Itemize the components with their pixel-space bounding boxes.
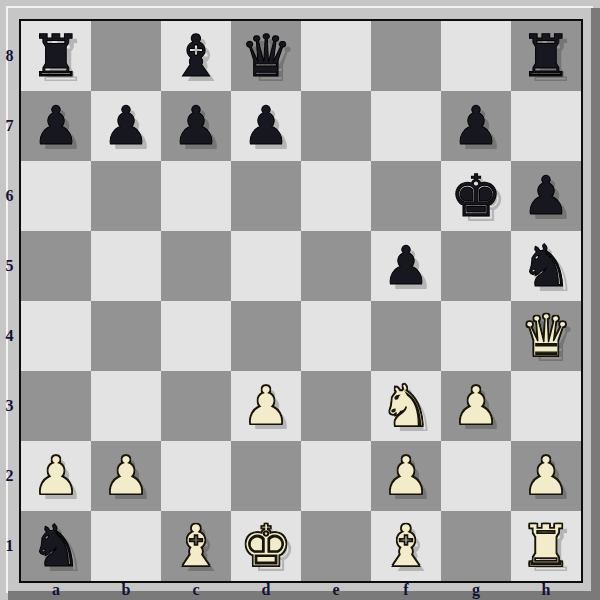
piece-black-queen[interactable]: ♛ xyxy=(231,21,301,91)
square-f4[interactable] xyxy=(371,301,441,371)
square-d6[interactable] xyxy=(231,161,301,231)
piece-black-rook[interactable]: ♜ xyxy=(21,21,91,91)
square-b8[interactable] xyxy=(91,21,161,91)
piece-white-rook[interactable]: ♜ xyxy=(511,511,581,581)
rank-label-2: 2 xyxy=(0,441,19,511)
piece-white-king[interactable]: ♚ xyxy=(231,511,301,581)
square-d7[interactable]: ♟ xyxy=(231,91,301,161)
piece-white-pawn[interactable]: ♟ xyxy=(511,441,581,511)
rank-coordinates: 87654321 xyxy=(0,21,19,581)
square-h4[interactable]: ♛ xyxy=(511,301,581,371)
square-h7[interactable] xyxy=(511,91,581,161)
piece-white-bishop[interactable]: ♝ xyxy=(371,511,441,581)
square-f7[interactable] xyxy=(371,91,441,161)
rank-label-7: 7 xyxy=(0,91,19,161)
square-c6[interactable] xyxy=(161,161,231,231)
square-e7[interactable] xyxy=(301,91,371,161)
file-label-f: f xyxy=(371,582,441,598)
square-f3[interactable]: ♞ xyxy=(371,371,441,441)
square-g6[interactable]: ♚ xyxy=(441,161,511,231)
square-e4[interactable] xyxy=(301,301,371,371)
square-g5[interactable] xyxy=(441,231,511,301)
square-d5[interactable] xyxy=(231,231,301,301)
square-h5[interactable]: ♞ xyxy=(511,231,581,301)
square-f5[interactable]: ♟ xyxy=(371,231,441,301)
square-a1[interactable]: ♞ xyxy=(21,511,91,581)
file-label-e: e xyxy=(301,582,371,598)
piece-white-bishop[interactable]: ♝ xyxy=(161,511,231,581)
square-g7[interactable]: ♟ xyxy=(441,91,511,161)
piece-white-pawn[interactable]: ♟ xyxy=(21,441,91,511)
rank-label-4: 4 xyxy=(0,301,19,371)
square-b2[interactable]: ♟ xyxy=(91,441,161,511)
chess-diagram: ♜♝♛♜♟♟♟♟♟♚♟♟♞♛♟♞♟♟♟♟♟♞♝♚♝♜ 87654321 abcd… xyxy=(0,0,600,600)
file-label-h: h xyxy=(511,582,581,598)
square-h1[interactable]: ♜ xyxy=(511,511,581,581)
square-a7[interactable]: ♟ xyxy=(21,91,91,161)
square-g4[interactable] xyxy=(441,301,511,371)
square-d1[interactable]: ♚ xyxy=(231,511,301,581)
square-f2[interactable]: ♟ xyxy=(371,441,441,511)
square-a4[interactable] xyxy=(21,301,91,371)
piece-black-rook[interactable]: ♜ xyxy=(511,21,581,91)
square-f8[interactable] xyxy=(371,21,441,91)
piece-white-queen[interactable]: ♛ xyxy=(511,301,581,371)
square-h8[interactable]: ♜ xyxy=(511,21,581,91)
square-d8[interactable]: ♛ xyxy=(231,21,301,91)
square-h3[interactable] xyxy=(511,371,581,441)
rank-label-6: 6 xyxy=(0,161,19,231)
piece-black-pawn[interactable]: ♟ xyxy=(21,91,91,161)
piece-white-knight[interactable]: ♞ xyxy=(371,371,441,441)
square-g8[interactable] xyxy=(441,21,511,91)
square-b1[interactable] xyxy=(91,511,161,581)
square-e6[interactable] xyxy=(301,161,371,231)
square-d4[interactable] xyxy=(231,301,301,371)
frame-shadow-right xyxy=(591,8,600,600)
file-label-d: d xyxy=(231,582,301,598)
piece-white-pawn[interactable]: ♟ xyxy=(371,441,441,511)
chess-board: ♜♝♛♜♟♟♟♟♟♚♟♟♞♛♟♞♟♟♟♟♟♞♝♚♝♜ xyxy=(19,19,583,583)
rank-label-1: 1 xyxy=(0,511,19,581)
piece-white-pawn[interactable]: ♟ xyxy=(91,441,161,511)
square-a8[interactable]: ♜ xyxy=(21,21,91,91)
file-coordinates: abcdefgh xyxy=(21,582,581,598)
piece-white-pawn[interactable]: ♟ xyxy=(231,371,301,441)
square-h6[interactable]: ♟ xyxy=(511,161,581,231)
square-a5[interactable] xyxy=(21,231,91,301)
square-g2[interactable] xyxy=(441,441,511,511)
square-a3[interactable] xyxy=(21,371,91,441)
piece-black-knight[interactable]: ♞ xyxy=(511,231,581,301)
square-e5[interactable] xyxy=(301,231,371,301)
square-b3[interactable] xyxy=(91,371,161,441)
square-c1[interactable]: ♝ xyxy=(161,511,231,581)
rank-label-5: 5 xyxy=(0,231,19,301)
piece-black-bishop[interactable]: ♝ xyxy=(161,21,231,91)
square-b7[interactable]: ♟ xyxy=(91,91,161,161)
piece-black-king[interactable]: ♚ xyxy=(441,161,511,231)
square-e3[interactable] xyxy=(301,371,371,441)
square-c3[interactable] xyxy=(161,371,231,441)
piece-white-pawn[interactable]: ♟ xyxy=(441,371,511,441)
square-b6[interactable] xyxy=(91,161,161,231)
square-h2[interactable]: ♟ xyxy=(511,441,581,511)
square-c7[interactable]: ♟ xyxy=(161,91,231,161)
square-e1[interactable] xyxy=(301,511,371,581)
square-f1[interactable]: ♝ xyxy=(371,511,441,581)
square-c2[interactable] xyxy=(161,441,231,511)
file-label-g: g xyxy=(441,582,511,598)
piece-black-pawn[interactable]: ♟ xyxy=(91,91,161,161)
square-c8[interactable]: ♝ xyxy=(161,21,231,91)
piece-black-pawn[interactable]: ♟ xyxy=(441,91,511,161)
piece-black-pawn[interactable]: ♟ xyxy=(231,91,301,161)
frame-highlight-top xyxy=(6,6,593,8)
square-g1[interactable] xyxy=(441,511,511,581)
piece-black-pawn[interactable]: ♟ xyxy=(371,231,441,301)
square-c4[interactable] xyxy=(161,301,231,371)
square-c5[interactable] xyxy=(161,231,231,301)
piece-black-pawn[interactable]: ♟ xyxy=(161,91,231,161)
square-e8[interactable] xyxy=(301,21,371,91)
file-label-b: b xyxy=(91,582,161,598)
square-b4[interactable] xyxy=(91,301,161,371)
piece-black-pawn[interactable]: ♟ xyxy=(511,161,581,231)
file-label-a: a xyxy=(21,582,91,598)
square-d2[interactable] xyxy=(231,441,301,511)
square-a6[interactable] xyxy=(21,161,91,231)
rank-label-3: 3 xyxy=(0,371,19,441)
square-d3[interactable]: ♟ xyxy=(231,371,301,441)
square-f6[interactable] xyxy=(371,161,441,231)
square-e2[interactable] xyxy=(301,441,371,511)
square-g3[interactable]: ♟ xyxy=(441,371,511,441)
square-b5[interactable] xyxy=(91,231,161,301)
file-label-c: c xyxy=(161,582,231,598)
square-a2[interactable]: ♟ xyxy=(21,441,91,511)
rank-label-8: 8 xyxy=(0,21,19,91)
piece-black-knight[interactable]: ♞ xyxy=(21,511,91,581)
